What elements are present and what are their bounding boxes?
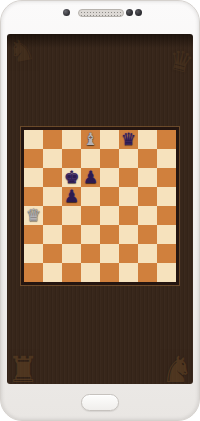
- board-square[interactable]: [157, 244, 176, 263]
- board-square[interactable]: [81, 263, 100, 282]
- board-square[interactable]: [100, 244, 119, 263]
- board-square[interactable]: [100, 149, 119, 168]
- board-square[interactable]: ♚: [62, 168, 81, 187]
- board-square[interactable]: [81, 225, 100, 244]
- piece-black-pawn[interactable]: ♟: [62, 187, 81, 206]
- board-square[interactable]: [100, 263, 119, 282]
- board-square[interactable]: [119, 187, 138, 206]
- board-square[interactable]: [81, 244, 100, 263]
- board-square[interactable]: [119, 206, 138, 225]
- front-camera-icon: [63, 9, 70, 16]
- board-square[interactable]: [119, 244, 138, 263]
- board-square[interactable]: [62, 206, 81, 225]
- chess-ornament-icon: ♜: [7, 352, 39, 384]
- board-square[interactable]: [157, 149, 176, 168]
- board-square[interactable]: ♛: [24, 206, 43, 225]
- board-square[interactable]: [138, 206, 157, 225]
- chess-ornament-icon: ♞: [161, 352, 193, 384]
- board-square[interactable]: [43, 149, 62, 168]
- board-square[interactable]: [100, 130, 119, 149]
- screenshot: ♞ ♛ ♜ ♞ ♝♛♚♟♟♛: [0, 0, 200, 421]
- board-square[interactable]: [100, 225, 119, 244]
- board-square[interactable]: [138, 149, 157, 168]
- board-square[interactable]: [24, 149, 43, 168]
- board-square[interactable]: [62, 244, 81, 263]
- chess-ornament-icon: ♞: [7, 34, 38, 68]
- board-square[interactable]: [43, 244, 62, 263]
- board-square[interactable]: [138, 263, 157, 282]
- board-square[interactable]: [81, 206, 100, 225]
- board-square[interactable]: ♝: [81, 130, 100, 149]
- board-square[interactable]: [157, 225, 176, 244]
- board-square[interactable]: [138, 130, 157, 149]
- board-square[interactable]: [119, 225, 138, 244]
- board-square[interactable]: ♟: [81, 168, 100, 187]
- piece-white-queen[interactable]: ♛: [24, 206, 43, 225]
- phone-frame: ♞ ♛ ♜ ♞ ♝♛♚♟♟♛: [0, 0, 200, 421]
- board-square[interactable]: [43, 263, 62, 282]
- board-square[interactable]: [43, 187, 62, 206]
- board-square[interactable]: [43, 225, 62, 244]
- board-square[interactable]: [119, 149, 138, 168]
- board-square[interactable]: [24, 244, 43, 263]
- board-square[interactable]: [157, 187, 176, 206]
- board-square[interactable]: [24, 187, 43, 206]
- board-square[interactable]: [43, 206, 62, 225]
- board-square[interactable]: [62, 225, 81, 244]
- board-square[interactable]: [81, 149, 100, 168]
- board-square[interactable]: [157, 206, 176, 225]
- board-square[interactable]: [62, 263, 81, 282]
- board-square[interactable]: ♟: [62, 187, 81, 206]
- board-square[interactable]: [157, 130, 176, 149]
- board-square[interactable]: [100, 187, 119, 206]
- sensor-dot-icon: [126, 9, 133, 16]
- speaker-grille-icon: [78, 9, 124, 17]
- board-square[interactable]: [62, 130, 81, 149]
- app-screen: ♞ ♛ ♜ ♞ ♝♛♚♟♟♛: [7, 34, 193, 384]
- board-square[interactable]: [100, 168, 119, 187]
- board-square[interactable]: [24, 225, 43, 244]
- piece-white-bishop[interactable]: ♝: [81, 130, 100, 149]
- piece-black-king[interactable]: ♚: [62, 168, 81, 187]
- board-square[interactable]: [43, 130, 62, 149]
- board-square[interactable]: [24, 168, 43, 187]
- board-square[interactable]: [138, 187, 157, 206]
- board-square[interactable]: ♛: [119, 130, 138, 149]
- board-square[interactable]: [138, 244, 157, 263]
- board-square[interactable]: [119, 168, 138, 187]
- board-square[interactable]: [157, 168, 176, 187]
- board-square[interactable]: [43, 168, 62, 187]
- board-square[interactable]: [119, 263, 138, 282]
- top-bezel: [1, 1, 199, 34]
- board-square[interactable]: [157, 263, 176, 282]
- board-square[interactable]: [24, 130, 43, 149]
- piece-black-queen[interactable]: ♛: [119, 130, 138, 149]
- board-square[interactable]: [81, 187, 100, 206]
- board-square[interactable]: [62, 149, 81, 168]
- sensor-dot-icon: [135, 9, 142, 16]
- chess-board[interactable]: ♝♛♚♟♟♛: [21, 127, 179, 285]
- board-square[interactable]: [24, 263, 43, 282]
- board-square[interactable]: [138, 225, 157, 244]
- board-square[interactable]: [100, 206, 119, 225]
- home-button[interactable]: [81, 394, 119, 411]
- chess-ornament-icon: ♛: [165, 45, 193, 78]
- piece-black-pawn[interactable]: ♟: [81, 168, 100, 187]
- board-square[interactable]: [138, 168, 157, 187]
